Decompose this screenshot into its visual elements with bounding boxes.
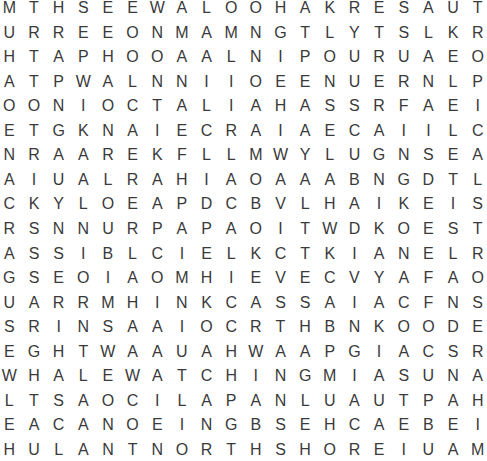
grid-cell[interactable]: S: [0, 315, 22, 340]
grid-cell[interactable]: A: [46, 143, 71, 168]
grid-cell[interactable]: P: [145, 217, 170, 242]
grid-cell[interactable]: A: [268, 339, 293, 364]
grid-cell[interactable]: I: [342, 241, 367, 266]
grid-cell[interactable]: C: [342, 119, 367, 144]
grid-cell[interactable]: T: [293, 21, 318, 46]
grid-cell[interactable]: L: [0, 388, 22, 413]
grid-cell[interactable]: E: [416, 217, 441, 242]
grid-cell[interactable]: U: [0, 21, 22, 46]
grid-cell[interactable]: L: [441, 70, 466, 95]
grid-cell[interactable]: H: [0, 45, 22, 70]
grid-cell[interactable]: N: [268, 388, 293, 413]
grid-cell[interactable]: A: [367, 290, 392, 315]
grid-cell[interactable]: B: [96, 241, 121, 266]
grid-cell[interactable]: O: [416, 315, 441, 340]
grid-cell[interactable]: A: [293, 168, 318, 193]
grid-cell[interactable]: L: [317, 143, 342, 168]
grid-cell[interactable]: K: [71, 119, 96, 144]
grid-cell[interactable]: L: [71, 192, 96, 217]
grid-cell[interactable]: L: [416, 21, 441, 46]
grid-cell[interactable]: A: [342, 388, 367, 413]
grid-cell[interactable]: O: [170, 437, 195, 461]
grid-cell[interactable]: E: [243, 266, 268, 291]
grid-cell[interactable]: W: [317, 217, 342, 242]
grid-cell[interactable]: N: [71, 217, 96, 242]
grid-cell[interactable]: I: [219, 70, 244, 95]
grid-cell[interactable]: H: [219, 339, 244, 364]
grid-cell[interactable]: L: [194, 0, 219, 21]
grid-cell[interactable]: H: [293, 437, 318, 461]
grid-cell[interactable]: L: [120, 70, 145, 95]
grid-cell[interactable]: E: [367, 70, 392, 95]
grid-cell[interactable]: U: [367, 388, 392, 413]
grid-cell[interactable]: O: [96, 94, 121, 119]
grid-cell[interactable]: I: [465, 94, 487, 119]
grid-cell[interactable]: L: [293, 192, 318, 217]
grid-cell[interactable]: H: [293, 315, 318, 340]
grid-cell[interactable]: A: [293, 94, 318, 119]
grid-cell[interactable]: R: [22, 21, 47, 46]
grid-cell[interactable]: I: [145, 388, 170, 413]
grid-cell[interactable]: H: [170, 168, 195, 193]
grid-cell[interactable]: S: [22, 217, 47, 242]
grid-cell[interactable]: N: [170, 290, 195, 315]
grid-cell[interactable]: L: [219, 143, 244, 168]
grid-cell[interactable]: P: [71, 45, 96, 70]
grid-cell[interactable]: C: [194, 364, 219, 389]
grid-cell[interactable]: C: [219, 315, 244, 340]
grid-cell[interactable]: I: [145, 290, 170, 315]
grid-cell[interactable]: I: [22, 168, 47, 193]
grid-cell[interactable]: K: [367, 315, 392, 340]
grid-cell[interactable]: H: [120, 290, 145, 315]
grid-cell[interactable]: A: [219, 168, 244, 193]
grid-cell[interactable]: S: [293, 290, 318, 315]
grid-cell[interactable]: A: [441, 266, 466, 291]
grid-cell[interactable]: D: [342, 217, 367, 242]
grid-cell[interactable]: O: [96, 388, 121, 413]
grid-cell[interactable]: W: [71, 70, 96, 95]
grid-cell[interactable]: I: [194, 168, 219, 193]
grid-cell[interactable]: S: [268, 290, 293, 315]
grid-cell[interactable]: S: [391, 364, 416, 389]
grid-cell[interactable]: H: [317, 413, 342, 438]
grid-cell[interactable]: N: [46, 94, 71, 119]
grid-cell[interactable]: E: [120, 143, 145, 168]
grid-cell[interactable]: N: [170, 70, 195, 95]
grid-cell[interactable]: A: [120, 119, 145, 144]
grid-cell[interactable]: E: [71, 21, 96, 46]
grid-cell[interactable]: E: [0, 119, 22, 144]
grid-cell[interactable]: O: [243, 217, 268, 242]
grid-cell[interactable]: O: [391, 217, 416, 242]
grid-cell[interactable]: E: [170, 119, 195, 144]
grid-cell[interactable]: K: [391, 192, 416, 217]
grid-cell[interactable]: N: [441, 364, 466, 389]
grid-cell[interactable]: O: [391, 315, 416, 340]
grid-cell[interactable]: Y: [342, 21, 367, 46]
grid-cell[interactable]: W: [120, 364, 145, 389]
grid-cell[interactable]: M: [0, 0, 22, 21]
grid-cell[interactable]: I: [342, 364, 367, 389]
grid-cell[interactable]: O: [243, 70, 268, 95]
grid-cell[interactable]: A: [145, 315, 170, 340]
grid-cell[interactable]: I: [367, 192, 392, 217]
grid-cell[interactable]: I: [71, 241, 96, 266]
grid-cell[interactable]: N: [71, 315, 96, 340]
grid-cell[interactable]: S: [268, 437, 293, 461]
grid-cell[interactable]: M: [219, 21, 244, 46]
grid-cell[interactable]: A: [145, 364, 170, 389]
grid-cell[interactable]: O: [145, 266, 170, 291]
grid-cell[interactable]: A: [367, 241, 392, 266]
grid-cell[interactable]: N: [194, 413, 219, 438]
grid-cell[interactable]: S: [465, 192, 487, 217]
grid-cell[interactable]: A: [219, 217, 244, 242]
grid-cell[interactable]: C: [342, 413, 367, 438]
grid-cell[interactable]: R: [22, 143, 47, 168]
grid-cell[interactable]: T: [71, 339, 96, 364]
grid-cell[interactable]: S: [441, 339, 466, 364]
grid-cell[interactable]: O: [219, 0, 244, 21]
grid-cell[interactable]: U: [416, 437, 441, 461]
grid-cell[interactable]: A: [194, 339, 219, 364]
grid-cell[interactable]: T: [268, 315, 293, 340]
grid-cell[interactable]: S: [22, 241, 47, 266]
grid-cell[interactable]: G: [0, 266, 22, 291]
grid-cell[interactable]: E: [367, 0, 392, 21]
grid-cell[interactable]: N: [0, 143, 22, 168]
grid-cell[interactable]: R: [120, 217, 145, 242]
grid-cell[interactable]: K: [367, 217, 392, 242]
grid-cell[interactable]: E: [416, 192, 441, 217]
grid-cell[interactable]: A: [416, 45, 441, 70]
grid-cell[interactable]: Y: [46, 192, 71, 217]
grid-cell[interactable]: I: [268, 45, 293, 70]
grid-cell[interactable]: P: [170, 192, 195, 217]
grid-cell[interactable]: L: [96, 168, 121, 193]
grid-cell[interactable]: T: [22, 45, 47, 70]
grid-cell[interactable]: E: [120, 0, 145, 21]
grid-cell[interactable]: A: [367, 364, 392, 389]
grid-cell[interactable]: U: [441, 0, 466, 21]
grid-cell[interactable]: U: [342, 45, 367, 70]
grid-cell[interactable]: R: [465, 339, 487, 364]
grid-cell[interactable]: S: [441, 217, 466, 242]
grid-cell[interactable]: S: [71, 0, 96, 21]
grid-cell[interactable]: S: [46, 388, 71, 413]
grid-cell[interactable]: E: [96, 0, 121, 21]
grid-cell[interactable]: I: [268, 119, 293, 144]
grid-cell[interactable]: F: [416, 290, 441, 315]
grid-cell[interactable]: E: [317, 119, 342, 144]
grid-cell[interactable]: K: [317, 0, 342, 21]
grid-cell[interactable]: A: [391, 266, 416, 291]
grid-cell[interactable]: R: [465, 21, 487, 46]
grid-cell[interactable]: O: [317, 437, 342, 461]
grid-cell[interactable]: I: [416, 119, 441, 144]
grid-cell[interactable]: P: [46, 70, 71, 95]
grid-cell[interactable]: U: [46, 168, 71, 193]
grid-cell[interactable]: S: [416, 143, 441, 168]
grid-cell[interactable]: A: [293, 339, 318, 364]
grid-cell[interactable]: L: [46, 437, 71, 461]
grid-cell[interactable]: L: [219, 45, 244, 70]
grid-cell[interactable]: C: [46, 413, 71, 438]
grid-cell[interactable]: H: [243, 437, 268, 461]
grid-cell[interactable]: U: [170, 339, 195, 364]
grid-cell[interactable]: A: [465, 143, 487, 168]
grid-cell[interactable]: A: [317, 168, 342, 193]
grid-cell[interactable]: A: [268, 168, 293, 193]
grid-cell[interactable]: L: [293, 388, 318, 413]
grid-cell[interactable]: E: [367, 437, 392, 461]
grid-cell[interactable]: I: [96, 266, 121, 291]
grid-cell[interactable]: H: [317, 192, 342, 217]
grid-cell[interactable]: R: [342, 0, 367, 21]
grid-cell[interactable]: A: [416, 94, 441, 119]
grid-cell[interactable]: U: [96, 217, 121, 242]
grid-cell[interactable]: F: [416, 266, 441, 291]
grid-cell[interactable]: A: [22, 290, 47, 315]
grid-cell[interactable]: E: [293, 266, 318, 291]
grid-cell[interactable]: R: [71, 290, 96, 315]
grid-cell[interactable]: T: [391, 388, 416, 413]
grid-cell[interactable]: A: [22, 413, 47, 438]
grid-cell[interactable]: K: [441, 21, 466, 46]
grid-cell[interactable]: R: [46, 290, 71, 315]
grid-cell[interactable]: E: [293, 70, 318, 95]
grid-cell[interactable]: A: [293, 0, 318, 21]
grid-cell[interactable]: N: [416, 70, 441, 95]
grid-cell[interactable]: O: [22, 94, 47, 119]
grid-cell[interactable]: W: [96, 339, 121, 364]
grid-cell[interactable]: I: [268, 217, 293, 242]
grid-cell[interactable]: E: [145, 413, 170, 438]
grid-cell[interactable]: K: [194, 290, 219, 315]
grid-cell[interactable]: E: [416, 241, 441, 266]
grid-cell[interactable]: O: [243, 0, 268, 21]
grid-cell[interactable]: L: [170, 388, 195, 413]
grid-cell[interactable]: U: [22, 437, 47, 461]
grid-cell[interactable]: O: [145, 45, 170, 70]
grid-cell[interactable]: N: [268, 364, 293, 389]
grid-cell[interactable]: H: [46, 339, 71, 364]
grid-cell[interactable]: M: [96, 290, 121, 315]
grid-cell[interactable]: O: [194, 315, 219, 340]
grid-cell[interactable]: E: [441, 45, 466, 70]
grid-cell[interactable]: T: [465, 0, 487, 21]
grid-cell[interactable]: D: [416, 168, 441, 193]
grid-cell[interactable]: P: [293, 45, 318, 70]
grid-cell[interactable]: I: [465, 413, 487, 438]
grid-cell[interactable]: I: [219, 94, 244, 119]
grid-cell[interactable]: C: [317, 266, 342, 291]
grid-cell[interactable]: I: [219, 266, 244, 291]
grid-cell[interactable]: S: [22, 266, 47, 291]
grid-cell[interactable]: A: [71, 388, 96, 413]
grid-cell[interactable]: A: [243, 388, 268, 413]
grid-cell[interactable]: B: [342, 168, 367, 193]
grid-cell[interactable]: M: [317, 364, 342, 389]
grid-cell[interactable]: O: [71, 266, 96, 291]
grid-cell[interactable]: O: [465, 45, 487, 70]
grid-cell[interactable]: N: [46, 217, 71, 242]
grid-cell[interactable]: E: [293, 413, 318, 438]
grid-cell[interactable]: S: [391, 0, 416, 21]
grid-cell[interactable]: N: [367, 168, 392, 193]
grid-cell[interactable]: N: [391, 143, 416, 168]
grid-cell[interactable]: A: [170, 217, 195, 242]
grid-cell[interactable]: G: [219, 413, 244, 438]
grid-cell[interactable]: R: [219, 119, 244, 144]
grid-cell[interactable]: D: [194, 192, 219, 217]
grid-cell[interactable]: O: [243, 168, 268, 193]
grid-cell[interactable]: T: [219, 437, 244, 461]
grid-cell[interactable]: A: [391, 339, 416, 364]
grid-cell[interactable]: N: [243, 21, 268, 46]
grid-cell[interactable]: R: [367, 94, 392, 119]
grid-cell[interactable]: O: [120, 21, 145, 46]
grid-cell[interactable]: T: [22, 388, 47, 413]
grid-cell[interactable]: N: [342, 315, 367, 340]
grid-cell[interactable]: U: [0, 290, 22, 315]
grid-cell[interactable]: I: [391, 437, 416, 461]
grid-cell[interactable]: A: [243, 119, 268, 144]
grid-cell[interactable]: I: [342, 290, 367, 315]
grid-cell[interactable]: Y: [367, 266, 392, 291]
grid-cell[interactable]: E: [194, 241, 219, 266]
grid-cell[interactable]: A: [120, 266, 145, 291]
grid-cell[interactable]: C: [219, 290, 244, 315]
grid-cell[interactable]: A: [194, 45, 219, 70]
grid-cell[interactable]: I: [145, 119, 170, 144]
grid-cell[interactable]: I: [367, 339, 392, 364]
grid-cell[interactable]: A: [145, 168, 170, 193]
grid-cell[interactable]: A: [170, 94, 195, 119]
grid-cell[interactable]: G: [293, 364, 318, 389]
grid-cell[interactable]: I: [170, 315, 195, 340]
grid-cell[interactable]: A: [416, 0, 441, 21]
grid-cell[interactable]: W: [268, 143, 293, 168]
grid-cell[interactable]: A: [0, 241, 22, 266]
grid-cell[interactable]: M: [243, 143, 268, 168]
grid-cell[interactable]: H: [22, 364, 47, 389]
grid-cell[interactable]: E: [96, 364, 121, 389]
grid-cell[interactable]: W: [0, 364, 22, 389]
grid-cell[interactable]: A: [71, 437, 96, 461]
grid-cell[interactable]: W: [145, 0, 170, 21]
grid-cell[interactable]: T: [145, 94, 170, 119]
grid-cell[interactable]: C: [0, 192, 22, 217]
grid-cell[interactable]: O: [465, 266, 487, 291]
grid-cell[interactable]: H: [96, 45, 121, 70]
grid-cell[interactable]: C: [391, 290, 416, 315]
grid-cell[interactable]: O: [317, 45, 342, 70]
grid-cell[interactable]: P: [194, 217, 219, 242]
grid-cell[interactable]: L: [441, 119, 466, 144]
grid-cell[interactable]: S: [342, 94, 367, 119]
grid-cell[interactable]: I: [170, 241, 195, 266]
grid-cell[interactable]: L: [194, 143, 219, 168]
grid-cell[interactable]: S: [317, 94, 342, 119]
grid-cell[interactable]: F: [170, 143, 195, 168]
grid-cell[interactable]: W: [243, 339, 268, 364]
grid-cell[interactable]: Y: [293, 143, 318, 168]
grid-cell[interactable]: R: [0, 217, 22, 242]
grid-cell[interactable]: L: [465, 168, 487, 193]
grid-cell[interactable]: H: [268, 0, 293, 21]
grid-cell[interactable]: R: [243, 315, 268, 340]
grid-cell[interactable]: P: [416, 388, 441, 413]
grid-cell[interactable]: R: [465, 241, 487, 266]
grid-cell[interactable]: N: [391, 241, 416, 266]
grid-cell[interactable]: A: [170, 45, 195, 70]
grid-cell[interactable]: A: [243, 290, 268, 315]
grid-cell[interactable]: R: [22, 315, 47, 340]
grid-cell[interactable]: A: [71, 143, 96, 168]
grid-cell[interactable]: L: [219, 241, 244, 266]
grid-cell[interactable]: A: [441, 388, 466, 413]
grid-cell[interactable]: K: [317, 241, 342, 266]
grid-cell[interactable]: E: [441, 413, 466, 438]
grid-cell[interactable]: N: [96, 437, 121, 461]
grid-cell[interactable]: R: [96, 143, 121, 168]
grid-cell[interactable]: A: [145, 192, 170, 217]
grid-cell[interactable]: M: [170, 21, 195, 46]
grid-cell[interactable]: T: [170, 364, 195, 389]
grid-cell[interactable]: A: [367, 119, 392, 144]
grid-cell[interactable]: U: [317, 388, 342, 413]
grid-cell[interactable]: A: [120, 315, 145, 340]
grid-cell[interactable]: G: [367, 143, 392, 168]
grid-cell[interactable]: E: [0, 339, 22, 364]
grid-cell[interactable]: K: [22, 192, 47, 217]
grid-cell[interactable]: T: [465, 217, 487, 242]
grid-cell[interactable]: U: [342, 143, 367, 168]
grid-cell[interactable]: C: [120, 94, 145, 119]
grid-cell[interactable]: S: [465, 290, 487, 315]
grid-cell[interactable]: E: [465, 315, 487, 340]
grid-cell[interactable]: N: [96, 413, 121, 438]
grid-cell[interactable]: A: [71, 413, 96, 438]
grid-cell[interactable]: V: [268, 266, 293, 291]
grid-cell[interactable]: U: [391, 45, 416, 70]
grid-cell[interactable]: V: [268, 192, 293, 217]
grid-cell[interactable]: R: [367, 45, 392, 70]
grid-cell[interactable]: T: [293, 241, 318, 266]
grid-cell[interactable]: C: [465, 119, 487, 144]
grid-cell[interactable]: C: [416, 339, 441, 364]
grid-cell[interactable]: G: [46, 119, 71, 144]
grid-cell[interactable]: D: [441, 315, 466, 340]
grid-cell[interactable]: I: [170, 413, 195, 438]
grid-cell[interactable]: K: [243, 241, 268, 266]
grid-cell[interactable]: S: [96, 315, 121, 340]
grid-cell[interactable]: L: [317, 21, 342, 46]
grid-cell[interactable]: O: [120, 45, 145, 70]
grid-cell[interactable]: F: [391, 94, 416, 119]
grid-cell[interactable]: N: [96, 119, 121, 144]
grid-cell[interactable]: A: [96, 70, 121, 95]
grid-cell[interactable]: C: [268, 241, 293, 266]
grid-cell[interactable]: C: [194, 119, 219, 144]
grid-cell[interactable]: H: [268, 94, 293, 119]
grid-cell[interactable]: M: [465, 437, 487, 461]
grid-cell[interactable]: R: [194, 437, 219, 461]
grid-cell[interactable]: A: [46, 45, 71, 70]
grid-cell[interactable]: R: [342, 437, 367, 461]
